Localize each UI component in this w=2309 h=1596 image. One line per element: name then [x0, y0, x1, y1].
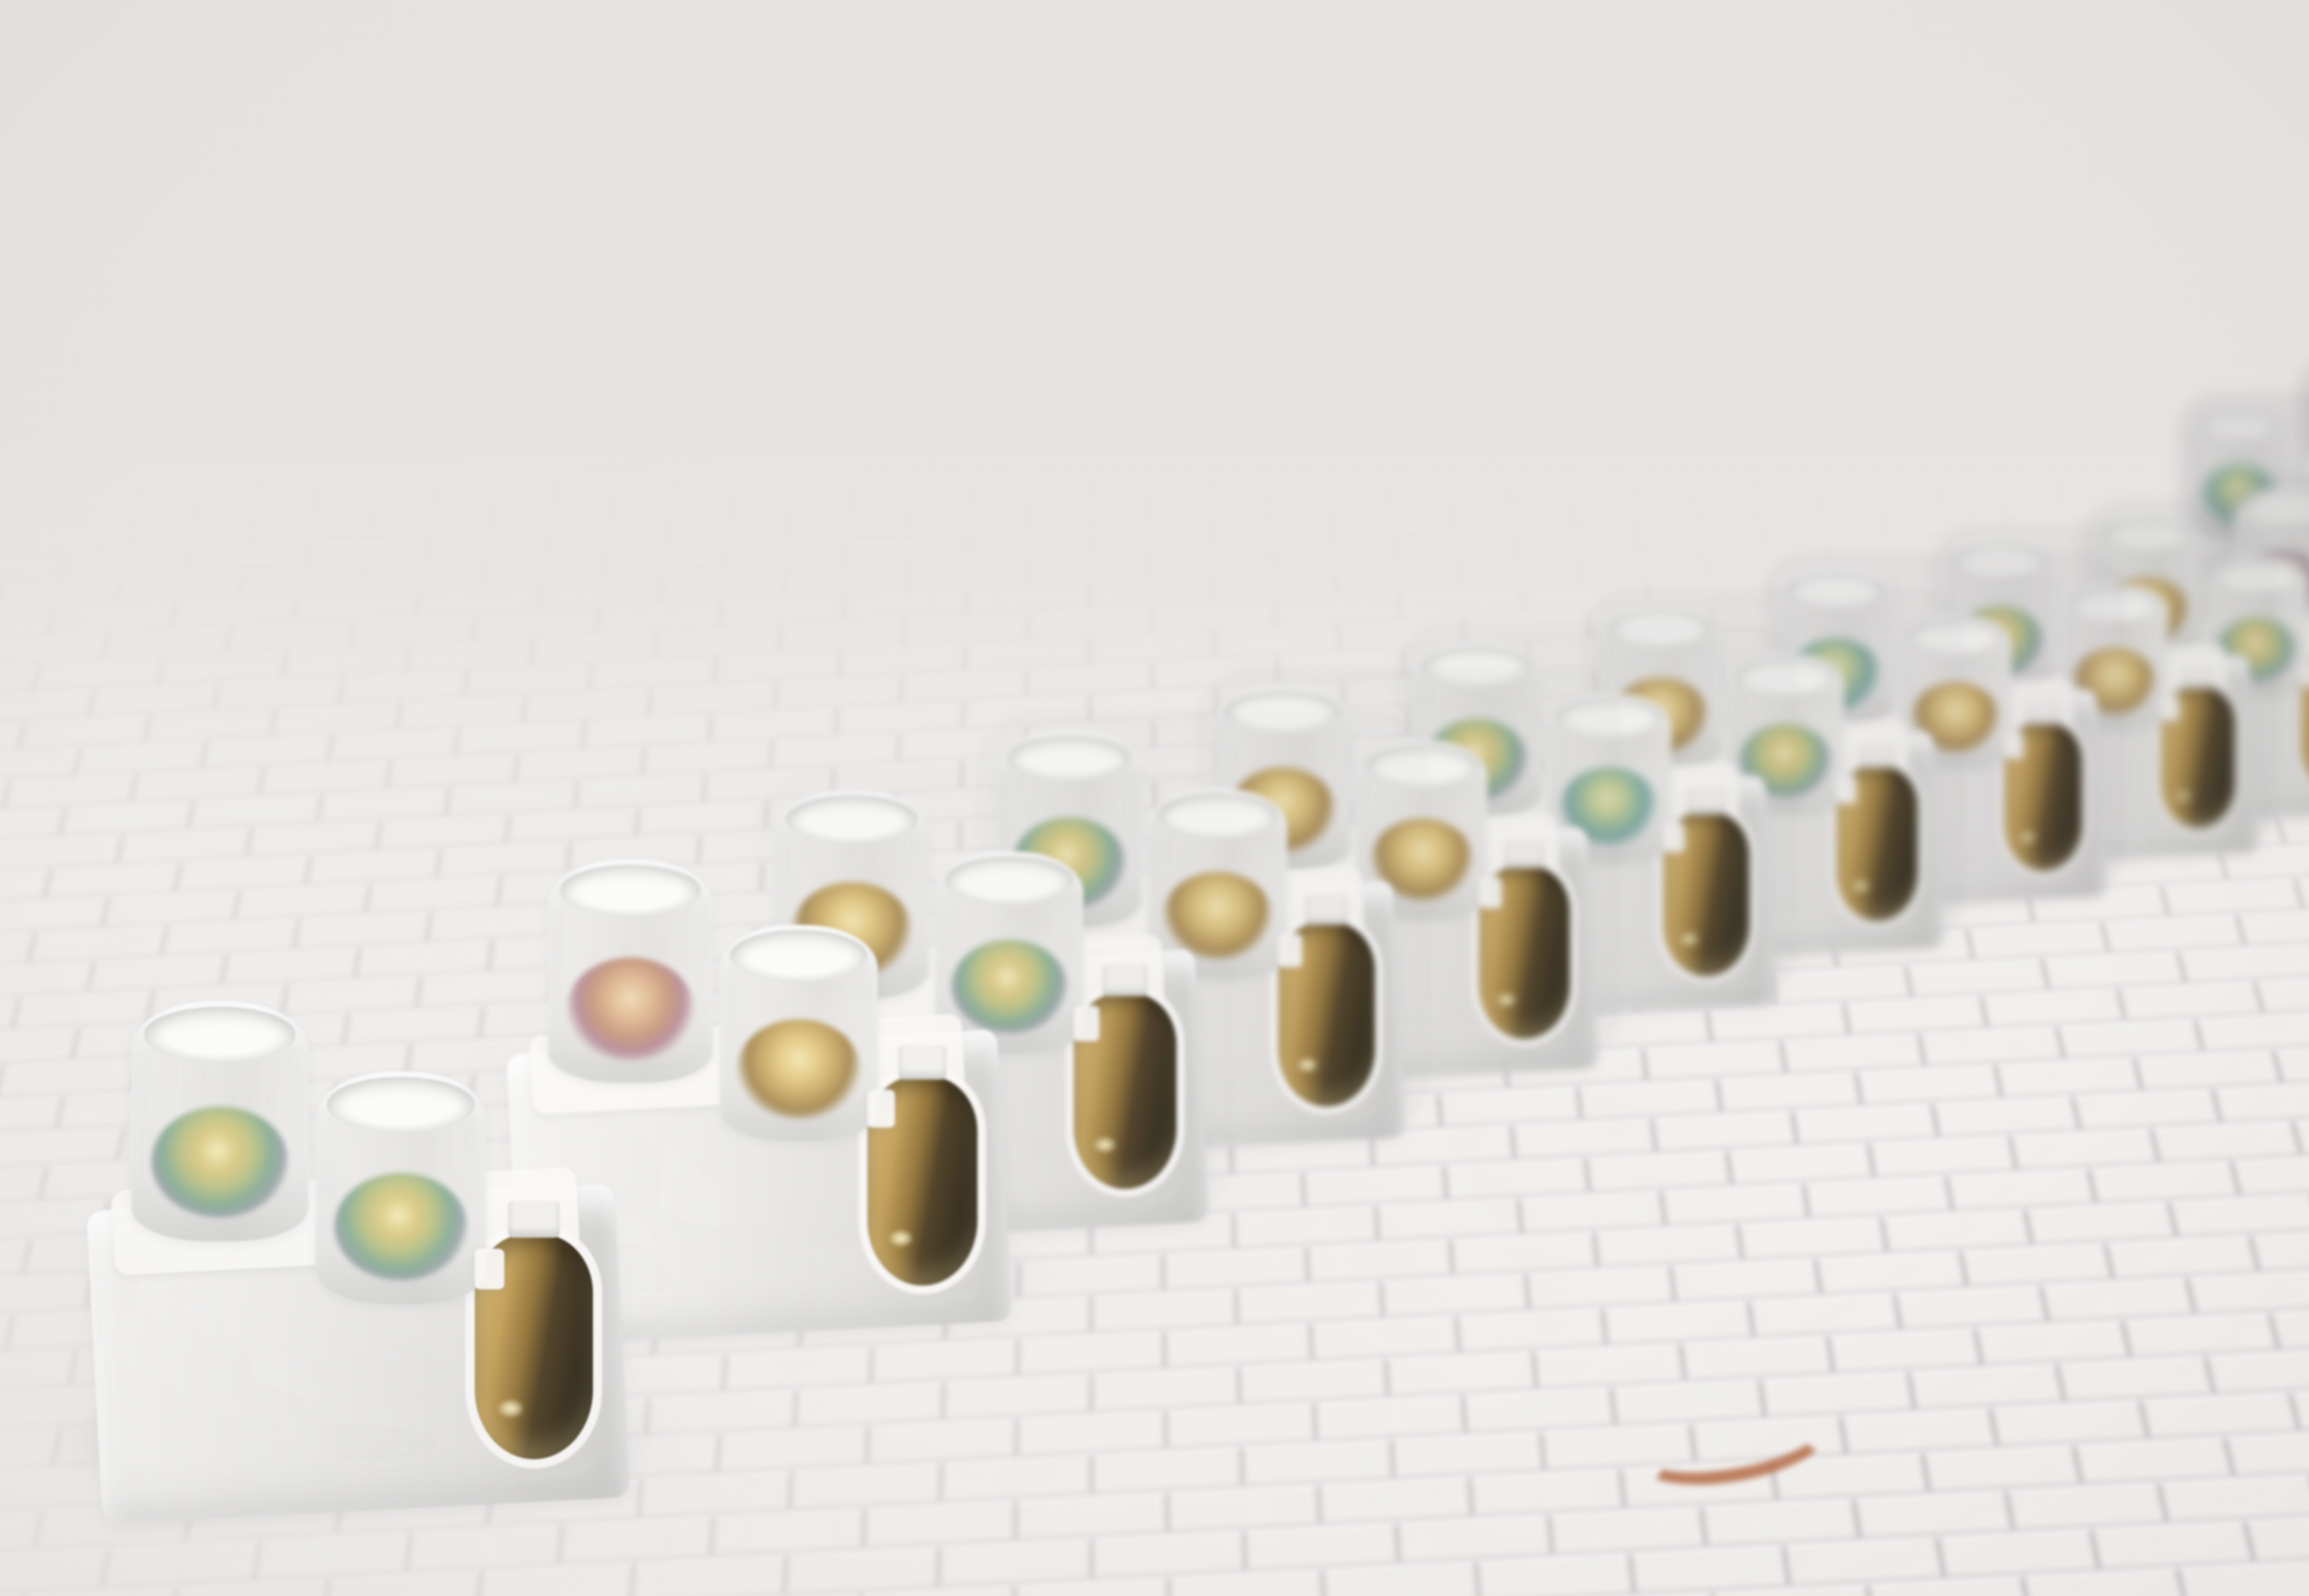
- tower-rim: [559, 864, 701, 916]
- brass-glint: [499, 1400, 523, 1417]
- tower-rim: [328, 1077, 474, 1132]
- body-notch: [898, 1045, 946, 1079]
- mould-tab: [867, 1090, 895, 1128]
- terminal-block: [94, 920, 685, 1511]
- screw-tower-front: [316, 1071, 486, 1304]
- tower-rim: [144, 1007, 296, 1062]
- mould-tab: [475, 1249, 504, 1289]
- terminal-strip-row: [0, 0, 2309, 1596]
- photo-stage: [0, 0, 2309, 1596]
- screw-tower-back: [131, 1001, 308, 1241]
- screw-head: [737, 1020, 860, 1120]
- body-notch: [508, 1201, 560, 1238]
- screw-head: [334, 1174, 467, 1281]
- screw-tower-front: [719, 925, 877, 1142]
- brass-glint: [890, 1231, 912, 1246]
- screw-head: [151, 1107, 289, 1217]
- tower-rim: [731, 930, 866, 982]
